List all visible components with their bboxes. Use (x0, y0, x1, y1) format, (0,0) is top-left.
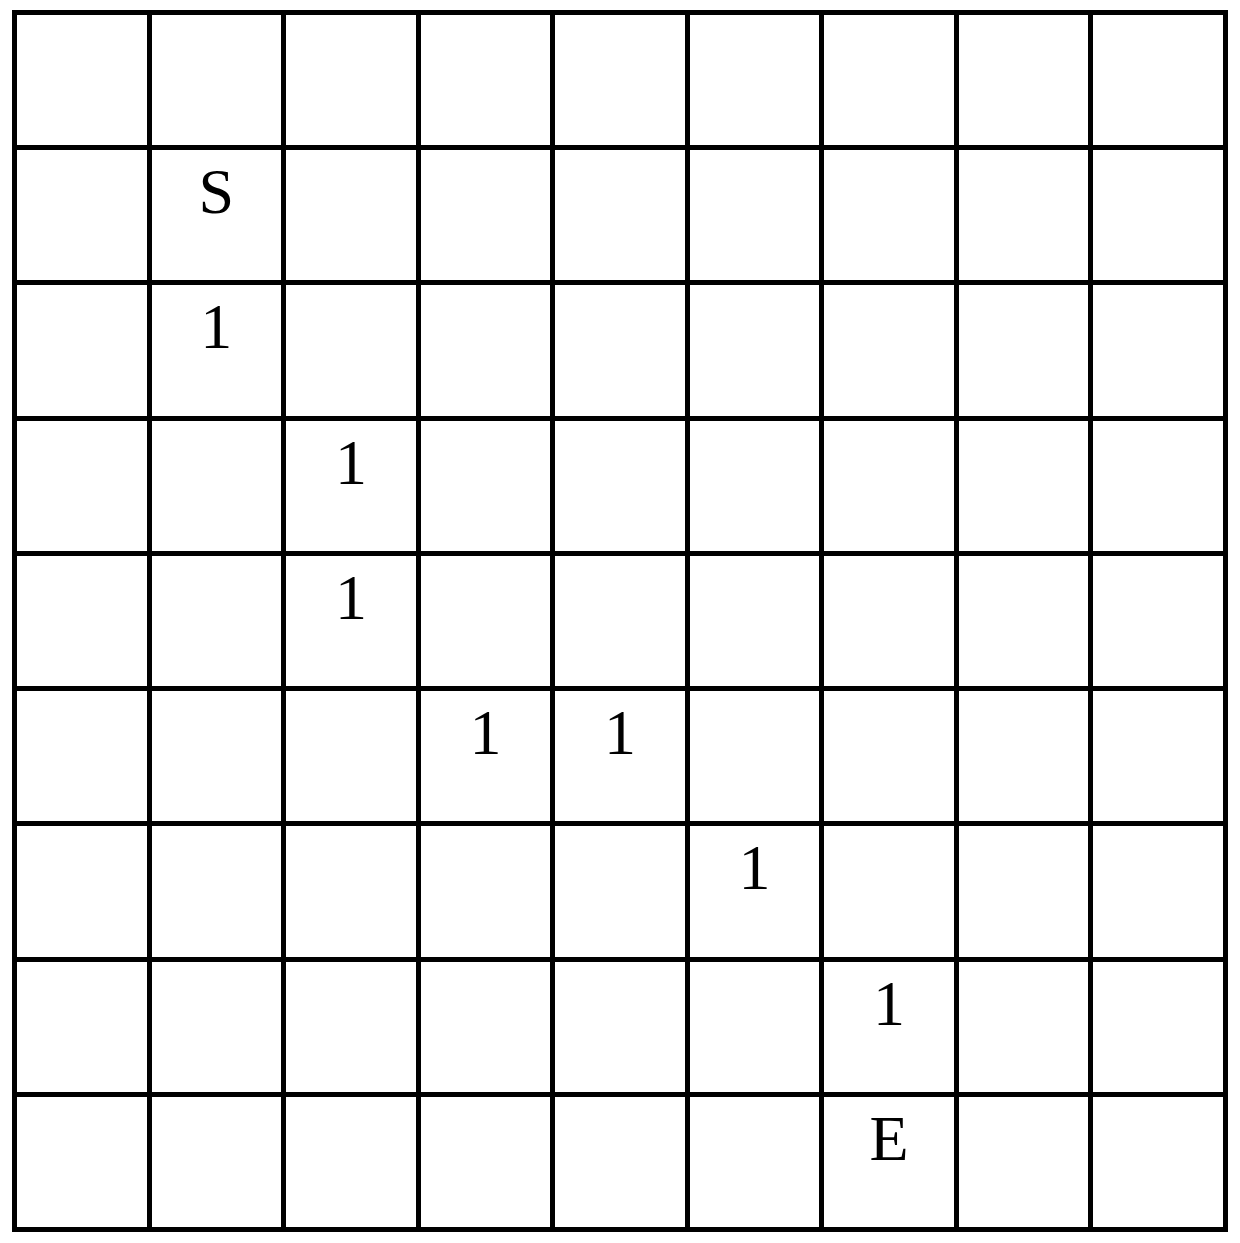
cell-r7-c7 (959, 962, 1089, 1092)
cell-r8-c1 (152, 1097, 282, 1227)
cell-r4-c8 (1093, 556, 1223, 686)
cell-r3-c6 (824, 421, 954, 551)
cell-r8-c4 (555, 1097, 685, 1227)
cell-r3-c0 (17, 421, 147, 551)
cell-r1-c4 (555, 150, 685, 280)
cell-r0-c1 (152, 15, 282, 145)
cell-r1-c2 (286, 150, 416, 280)
cell-r5-c0 (17, 691, 147, 821)
cell-r0-c5 (690, 15, 820, 145)
cell-r3-c8 (1093, 421, 1223, 551)
cell-r4-c3 (421, 556, 551, 686)
cell-r0-c6 (824, 15, 954, 145)
cell-r5-c2 (286, 691, 416, 821)
cell-r5-c8 (1093, 691, 1223, 821)
path-cell-r5-c3: 1 (421, 691, 551, 821)
cell-r6-c1 (152, 826, 282, 956)
path-cell-r6-c5: 1 (690, 826, 820, 956)
path-cell-r2-c1: 1 (152, 285, 282, 415)
cell-r3-c7 (959, 421, 1089, 551)
cell-r7-c2 (286, 962, 416, 1092)
cell-r6-c6 (824, 826, 954, 956)
cell-r1-c3 (421, 150, 551, 280)
path-cell-r4-c2: 1 (286, 556, 416, 686)
cell-r0-c3 (421, 15, 551, 145)
cell-r0-c4 (555, 15, 685, 145)
cell-r2-c6 (824, 285, 954, 415)
cell-r6-c0 (17, 826, 147, 956)
cell-r6-c8 (1093, 826, 1223, 956)
cell-r2-c7 (959, 285, 1089, 415)
path-cell-r3-c2: 1 (286, 421, 416, 551)
cell-r0-c7 (959, 15, 1089, 145)
cell-r1-c8 (1093, 150, 1223, 280)
path-grid-board: S1111111E (12, 10, 1228, 1232)
cell-r4-c5 (690, 556, 820, 686)
cell-r5-c1 (152, 691, 282, 821)
cell-r5-c7 (959, 691, 1089, 821)
cell-r1-c0 (17, 150, 147, 280)
cell-r7-c0 (17, 962, 147, 1092)
start-cell: S (152, 150, 282, 280)
cell-r7-c4 (555, 962, 685, 1092)
cell-r7-c3 (421, 962, 551, 1092)
cell-r8-c0 (17, 1097, 147, 1227)
cell-r0-c8 (1093, 15, 1223, 145)
path-cell-r5-c4: 1 (555, 691, 685, 821)
cell-r1-c7 (959, 150, 1089, 280)
cell-r2-c8 (1093, 285, 1223, 415)
cell-r8-c3 (421, 1097, 551, 1227)
cell-r6-c4 (555, 826, 685, 956)
cell-r8-c7 (959, 1097, 1089, 1227)
cell-r2-c4 (555, 285, 685, 415)
cell-r7-c5 (690, 962, 820, 1092)
cell-r4-c1 (152, 556, 282, 686)
cell-r4-c0 (17, 556, 147, 686)
cell-r7-c1 (152, 962, 282, 1092)
cell-r1-c5 (690, 150, 820, 280)
cell-r3-c4 (555, 421, 685, 551)
cell-r3-c3 (421, 421, 551, 551)
cell-r7-c8 (1093, 962, 1223, 1092)
path-cell-r7-c6: 1 (824, 962, 954, 1092)
cell-r6-c2 (286, 826, 416, 956)
cell-r4-c7 (959, 556, 1089, 686)
cell-r6-c3 (421, 826, 551, 956)
cell-r0-c0 (17, 15, 147, 145)
end-cell: E (824, 1097, 954, 1227)
cell-r8-c8 (1093, 1097, 1223, 1227)
cell-r2-c2 (286, 285, 416, 415)
cell-r2-c5 (690, 285, 820, 415)
cell-r6-c7 (959, 826, 1089, 956)
cell-r5-c6 (824, 691, 954, 821)
cell-r1-c6 (824, 150, 954, 280)
cell-r0-c2 (286, 15, 416, 145)
cell-r4-c4 (555, 556, 685, 686)
cell-r8-c5 (690, 1097, 820, 1227)
cell-r2-c0 (17, 285, 147, 415)
cell-r4-c6 (824, 556, 954, 686)
cell-r3-c5 (690, 421, 820, 551)
cell-r3-c1 (152, 421, 282, 551)
cell-r5-c5 (690, 691, 820, 821)
cell-r8-c2 (286, 1097, 416, 1227)
cell-r2-c3 (421, 285, 551, 415)
